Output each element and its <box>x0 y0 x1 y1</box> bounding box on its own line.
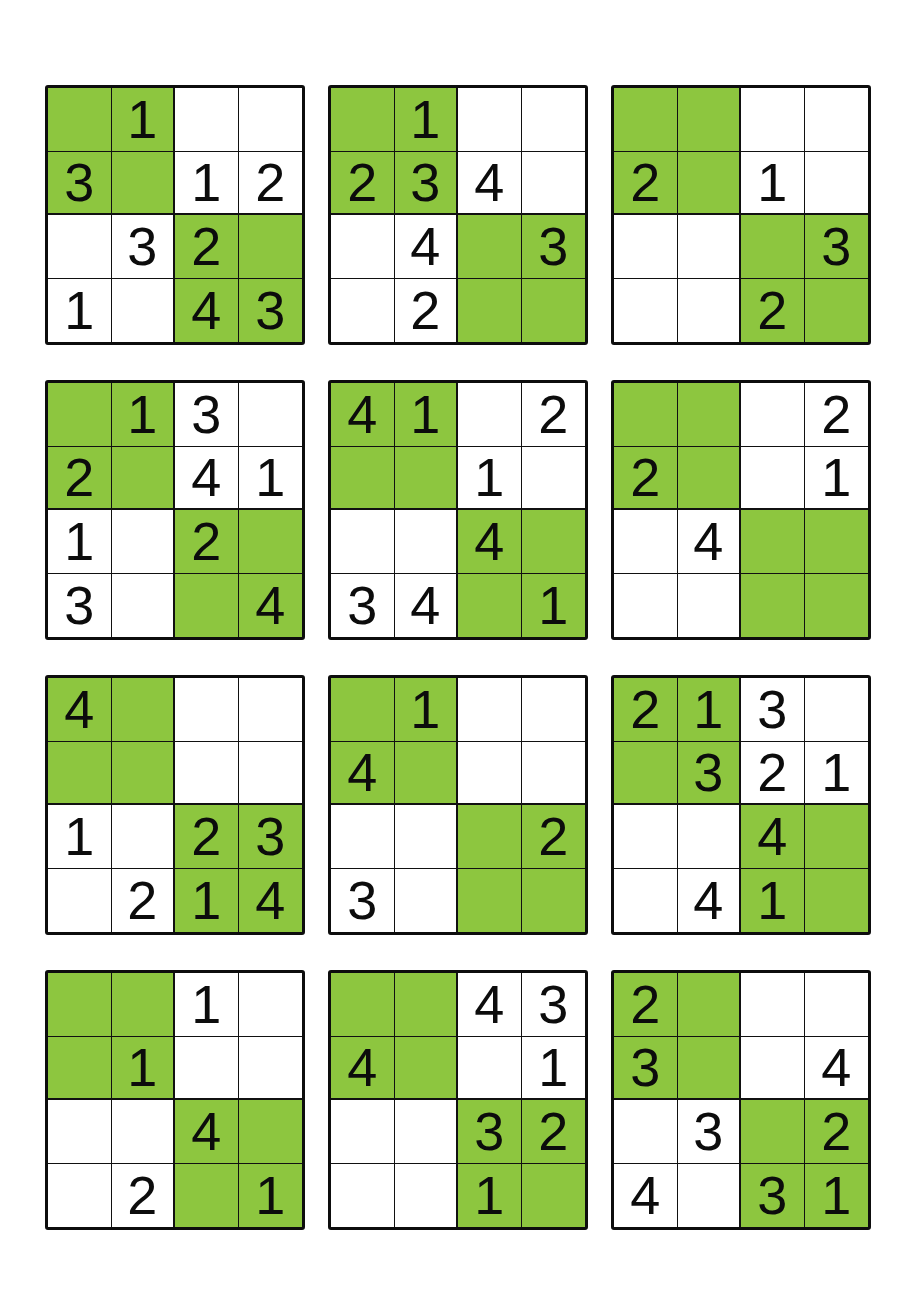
sudoku-cell-shaded[interactable] <box>805 574 869 638</box>
sudoku-cell[interactable] <box>239 973 303 1037</box>
sudoku-cell: 4 <box>678 869 742 933</box>
sudoku-cell-shaded: 1 <box>805 1164 869 1228</box>
sudoku-cell-shaded: 2 <box>522 1100 586 1164</box>
sudoku-cell: 2 <box>112 869 176 933</box>
sudoku-cell[interactable] <box>614 574 678 638</box>
sudoku-cell-shaded: 2 <box>614 678 678 742</box>
sudoku-cell[interactable] <box>805 152 869 216</box>
sudoku-cell[interactable] <box>614 805 678 869</box>
sudoku-cell-shaded: 2 <box>48 447 112 511</box>
sudoku-cell-shaded: 3 <box>614 1037 678 1101</box>
sudoku-cell: 4 <box>458 152 522 216</box>
sudoku-cell-shaded: 1 <box>239 1164 303 1228</box>
sudoku-board-9: 213321441 <box>611 675 871 935</box>
sudoku-cell-shaded[interactable] <box>112 447 176 511</box>
sudoku-cell-shaded[interactable] <box>741 574 805 638</box>
sudoku-board-10: 11421 <box>45 970 305 1230</box>
sudoku-cell[interactable] <box>112 574 176 638</box>
sudoku-cell-shaded: 2 <box>614 152 678 216</box>
sudoku-board-5: 41214341 <box>328 380 588 640</box>
sudoku-board-2: 1234432 <box>328 85 588 345</box>
sudoku-cell-shaded: 1 <box>395 383 459 447</box>
sudoku-cell: 4 <box>175 447 239 511</box>
sudoku-cell-shaded: 4 <box>239 869 303 933</box>
sudoku-cell-shaded: 3 <box>678 742 742 806</box>
sudoku-cell-shaded[interactable] <box>805 805 869 869</box>
sudoku-cell: 1 <box>175 973 239 1037</box>
sudoku-cell[interactable] <box>239 88 303 152</box>
sudoku-cell-shaded: 2 <box>614 973 678 1037</box>
sudoku-cell-shaded[interactable] <box>331 447 395 511</box>
sudoku-cell-shaded[interactable] <box>614 383 678 447</box>
sudoku-cell-shaded[interactable] <box>678 88 742 152</box>
sudoku-cell: 1 <box>741 152 805 216</box>
sudoku-cell-shaded: 1 <box>112 88 176 152</box>
sudoku-cell: 1 <box>48 805 112 869</box>
sudoku-cell[interactable] <box>175 88 239 152</box>
sudoku-cell-shaded[interactable] <box>458 574 522 638</box>
sudoku-cell-shaded[interactable] <box>395 447 459 511</box>
sudoku-cell: 4 <box>395 574 459 638</box>
sudoku-cell-shaded[interactable] <box>458 805 522 869</box>
sudoku-cell[interactable] <box>805 88 869 152</box>
sudoku-cell-shaded[interactable] <box>458 215 522 279</box>
sudoku-cell-shaded: 1 <box>458 1164 522 1228</box>
sudoku-cell-shaded[interactable] <box>175 574 239 638</box>
sudoku-cell: 4 <box>614 1164 678 1228</box>
sudoku-cell-shaded[interactable] <box>395 742 459 806</box>
sudoku-worksheet-page: 1312321431234432213213241123441214341221… <box>0 0 920 1301</box>
sudoku-cell-shaded[interactable] <box>678 383 742 447</box>
sudoku-cell-shaded: 3 <box>395 152 459 216</box>
sudoku-cell: 2 <box>741 742 805 806</box>
sudoku-cell-shaded: 4 <box>175 279 239 343</box>
sudoku-board-12: 23432431 <box>611 970 871 1230</box>
sudoku-cell-shaded: 2 <box>331 152 395 216</box>
sudoku-cell: 2 <box>239 152 303 216</box>
sudoku-board-4: 132411234 <box>45 380 305 640</box>
sudoku-cell[interactable] <box>458 678 522 742</box>
sudoku-cell-shaded[interactable] <box>741 1100 805 1164</box>
sudoku-cell-shaded[interactable] <box>678 973 742 1037</box>
sudoku-cell-shaded[interactable] <box>112 742 176 806</box>
sudoku-cell-shaded[interactable] <box>395 973 459 1037</box>
sudoku-cell-shaded: 4 <box>331 1037 395 1101</box>
sudoku-cell: 2 <box>522 383 586 447</box>
sudoku-cell[interactable] <box>678 805 742 869</box>
sudoku-cell-shaded: 1 <box>175 869 239 933</box>
sudoku-cell-shaded[interactable] <box>458 279 522 343</box>
sudoku-cell[interactable] <box>175 678 239 742</box>
sudoku-cell[interactable] <box>331 805 395 869</box>
sudoku-cell-shaded: 3 <box>458 1100 522 1164</box>
sudoku-cell[interactable] <box>112 1100 176 1164</box>
sudoku-cell-shaded: 1 <box>112 383 176 447</box>
sudoku-cell-shaded: 1 <box>395 88 459 152</box>
sudoku-cell-shaded: 3 <box>741 1164 805 1228</box>
sudoku-cell: 3 <box>678 1100 742 1164</box>
sudoku-cell-shaded[interactable] <box>614 742 678 806</box>
sudoku-cell: 3 <box>175 383 239 447</box>
sudoku-cell[interactable] <box>805 678 869 742</box>
sudoku-cell[interactable] <box>678 215 742 279</box>
sudoku-cell-shaded: 3 <box>522 215 586 279</box>
sudoku-cell: 1 <box>458 447 522 511</box>
sudoku-cell[interactable] <box>395 805 459 869</box>
sudoku-cell-shaded[interactable] <box>614 88 678 152</box>
sudoku-cell[interactable] <box>395 1164 459 1228</box>
sudoku-cell-shaded[interactable] <box>239 1100 303 1164</box>
sudoku-cell-shaded: 2 <box>805 1100 869 1164</box>
sudoku-cell: 2 <box>395 279 459 343</box>
sudoku-cell-shaded[interactable] <box>805 510 869 574</box>
sudoku-cell[interactable] <box>522 742 586 806</box>
sudoku-cell: 1 <box>805 447 869 511</box>
sudoku-cell: 4 <box>395 215 459 279</box>
sudoku-cell-shaded[interactable] <box>522 869 586 933</box>
sudoku-cell-shaded[interactable] <box>48 1037 112 1101</box>
sudoku-cell-shaded: 2 <box>175 510 239 574</box>
sudoku-cell: 3 <box>48 574 112 638</box>
sudoku-cell: 1 <box>805 742 869 806</box>
sudoku-cell-shaded[interactable] <box>522 279 586 343</box>
sudoku-cell[interactable] <box>175 742 239 806</box>
sudoku-cell[interactable] <box>48 1164 112 1228</box>
sudoku-cell[interactable] <box>458 1037 522 1101</box>
sudoku-cell-shaded[interactable] <box>395 1037 459 1101</box>
sudoku-cell[interactable] <box>458 88 522 152</box>
sudoku-cell[interactable] <box>239 1037 303 1101</box>
sudoku-cell-shaded: 2 <box>522 805 586 869</box>
sudoku-cell-shaded[interactable] <box>805 869 869 933</box>
sudoku-cell: 1 <box>175 152 239 216</box>
sudoku-cell-shaded[interactable] <box>112 973 176 1037</box>
sudoku-cell-shaded: 3 <box>48 152 112 216</box>
sudoku-cell: 2 <box>112 1164 176 1228</box>
sudoku-cell-shaded[interactable] <box>331 973 395 1037</box>
sudoku-cell-shaded: 1 <box>678 678 742 742</box>
sudoku-cell-shaded[interactable] <box>458 869 522 933</box>
sudoku-cell: 3 <box>741 678 805 742</box>
sudoku-cell-shaded: 4 <box>239 574 303 638</box>
sudoku-cell-shaded: 4 <box>458 510 522 574</box>
sudoku-cell: 3 <box>331 869 395 933</box>
sudoku-cell-shaded: 4 <box>331 383 395 447</box>
sudoku-cell[interactable] <box>741 383 805 447</box>
sudoku-cell[interactable] <box>239 383 303 447</box>
sudoku-cell[interactable] <box>614 510 678 574</box>
sudoku-cell[interactable] <box>741 88 805 152</box>
sudoku-cell[interactable] <box>175 1037 239 1101</box>
sudoku-cell[interactable] <box>741 447 805 511</box>
sudoku-cell-shaded: 1 <box>112 1037 176 1101</box>
sudoku-board-11: 4341321 <box>328 970 588 1230</box>
sudoku-cell[interactable] <box>48 215 112 279</box>
sudoku-cell[interactable] <box>48 1100 112 1164</box>
sudoku-cell[interactable] <box>239 678 303 742</box>
sudoku-cell[interactable] <box>741 973 805 1037</box>
sudoku-cell: 1 <box>48 279 112 343</box>
sudoku-cell[interactable] <box>614 1100 678 1164</box>
sudoku-cell[interactable] <box>331 1100 395 1164</box>
sudoku-cell-shaded[interactable] <box>48 742 112 806</box>
sudoku-cell-shaded: 2 <box>175 215 239 279</box>
sudoku-cell-shaded[interactable] <box>239 510 303 574</box>
sudoku-cell: 4 <box>678 510 742 574</box>
sudoku-cell[interactable] <box>678 574 742 638</box>
sudoku-cell[interactable] <box>678 279 742 343</box>
sudoku-cell[interactable] <box>331 510 395 574</box>
sudoku-cell-shaded: 1 <box>741 869 805 933</box>
sudoku-cell-shaded[interactable] <box>175 1164 239 1228</box>
sudoku-cell-shaded[interactable] <box>112 152 176 216</box>
sudoku-cell-shaded[interactable] <box>331 88 395 152</box>
sudoku-cell-shaded[interactable] <box>112 678 176 742</box>
sudoku-cell-shaded: 2 <box>614 447 678 511</box>
sudoku-cell-shaded: 1 <box>522 574 586 638</box>
sudoku-cell-shaded[interactable] <box>48 88 112 152</box>
sudoku-cell[interactable] <box>522 88 586 152</box>
sudoku-cell-shaded: 2 <box>175 805 239 869</box>
sudoku-cell-shaded: 4 <box>48 678 112 742</box>
sudoku-cell-shaded[interactable] <box>522 510 586 574</box>
sudoku-cell: 1 <box>48 510 112 574</box>
sudoku-cell-shaded[interactable] <box>331 678 395 742</box>
sudoku-cell-shaded: 4 <box>331 742 395 806</box>
sudoku-cell[interactable] <box>48 869 112 933</box>
sudoku-cell-shaded: 3 <box>239 279 303 343</box>
sudoku-cell[interactable] <box>741 1037 805 1101</box>
sudoku-cell: 1 <box>522 1037 586 1101</box>
sudoku-cell: 4 <box>805 1037 869 1101</box>
sudoku-cell[interactable] <box>458 742 522 806</box>
sudoku-cell-shaded[interactable] <box>678 447 742 511</box>
sudoku-cell: 4 <box>458 973 522 1037</box>
sudoku-cell[interactable] <box>395 510 459 574</box>
sudoku-cell[interactable] <box>112 510 176 574</box>
sudoku-cell: 1 <box>239 447 303 511</box>
sudoku-cell-shaded: 3 <box>239 805 303 869</box>
sudoku-cell-shaded: 4 <box>741 805 805 869</box>
sudoku-cell[interactable] <box>614 869 678 933</box>
sudoku-cell-shaded: 3 <box>805 215 869 279</box>
sudoku-cell[interactable] <box>614 279 678 343</box>
sudoku-cell: 3 <box>522 973 586 1037</box>
puzzle-grid: 1312321431234432213213241123441214341221… <box>45 85 871 1230</box>
sudoku-cell[interactable] <box>522 447 586 511</box>
sudoku-cell-shaded[interactable] <box>522 1164 586 1228</box>
sudoku-cell[interactable] <box>458 383 522 447</box>
sudoku-board-8: 1423 <box>328 675 588 935</box>
sudoku-cell[interactable] <box>522 152 586 216</box>
sudoku-board-6: 2214 <box>611 380 871 640</box>
sudoku-cell: 3 <box>331 574 395 638</box>
sudoku-cell-shaded[interactable] <box>239 215 303 279</box>
sudoku-board-1: 131232143 <box>45 85 305 345</box>
sudoku-board-3: 2132 <box>611 85 871 345</box>
sudoku-cell-shaded: 4 <box>175 1100 239 1164</box>
sudoku-cell-shaded[interactable] <box>48 973 112 1037</box>
sudoku-cell[interactable] <box>331 279 395 343</box>
sudoku-cell[interactable] <box>805 973 869 1037</box>
sudoku-cell[interactable] <box>239 742 303 806</box>
sudoku-cell-shaded: 2 <box>741 279 805 343</box>
sudoku-cell[interactable] <box>395 869 459 933</box>
sudoku-cell[interactable] <box>112 279 176 343</box>
sudoku-cell-shaded[interactable] <box>805 279 869 343</box>
sudoku-cell-shaded[interactable] <box>741 215 805 279</box>
sudoku-cell-shaded[interactable] <box>678 152 742 216</box>
sudoku-cell-shaded[interactable] <box>48 383 112 447</box>
sudoku-cell[interactable] <box>112 805 176 869</box>
sudoku-cell[interactable] <box>522 678 586 742</box>
sudoku-board-7: 4123214 <box>45 675 305 935</box>
sudoku-cell: 3 <box>112 215 176 279</box>
sudoku-cell: 2 <box>805 383 869 447</box>
sudoku-cell[interactable] <box>331 1164 395 1228</box>
sudoku-cell[interactable] <box>331 215 395 279</box>
sudoku-cell-shaded[interactable] <box>678 1037 742 1101</box>
sudoku-cell[interactable] <box>614 215 678 279</box>
sudoku-cell[interactable] <box>395 1100 459 1164</box>
sudoku-cell[interactable] <box>678 1164 742 1228</box>
sudoku-cell-shaded[interactable] <box>741 510 805 574</box>
sudoku-cell-shaded: 1 <box>395 678 459 742</box>
